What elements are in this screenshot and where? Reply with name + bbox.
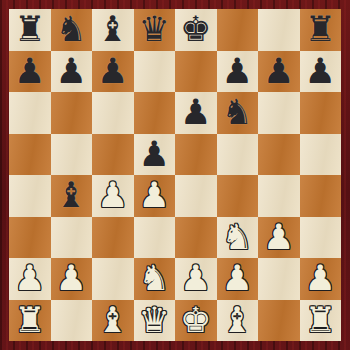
square-e8[interactable]: ♚	[175, 9, 217, 51]
square-a1[interactable]: ♜	[9, 300, 51, 342]
square-g7[interactable]: ♟	[258, 51, 300, 93]
square-c4[interactable]: ♟	[92, 175, 134, 217]
square-b2[interactable]: ♟	[51, 258, 93, 300]
piece-white-pawn-e2[interactable]: ♟	[175, 258, 217, 300]
square-h2[interactable]: ♟	[300, 258, 342, 300]
piece-black-knight-f6[interactable]: ♞	[217, 92, 259, 134]
square-d2[interactable]: ♞	[134, 258, 176, 300]
square-d5[interactable]: ♟	[134, 134, 176, 176]
square-e5[interactable]	[175, 134, 217, 176]
square-c5[interactable]	[92, 134, 134, 176]
piece-black-pawn-h7[interactable]: ♟	[300, 51, 342, 93]
piece-white-rook-a1[interactable]: ♜	[9, 300, 51, 342]
chess-board-frame: ♜♞♝♛♚♜♟♟♟♟♟♟♟♞♟♝♟♟♞♟♟♟♞♟♟♟♜♝♛♚♝♜	[0, 0, 350, 350]
piece-black-pawn-e6[interactable]: ♟	[175, 92, 217, 134]
square-a5[interactable]	[9, 134, 51, 176]
piece-white-king-e1[interactable]: ♚	[175, 300, 217, 342]
piece-black-pawn-g7[interactable]: ♟	[258, 51, 300, 93]
square-f8[interactable]	[217, 9, 259, 51]
square-d6[interactable]	[134, 92, 176, 134]
piece-black-pawn-f7[interactable]: ♟	[217, 51, 259, 93]
square-g4[interactable]	[258, 175, 300, 217]
square-d3[interactable]	[134, 217, 176, 259]
square-f4[interactable]	[217, 175, 259, 217]
square-h6[interactable]	[300, 92, 342, 134]
square-g6[interactable]	[258, 92, 300, 134]
square-d1[interactable]: ♛	[134, 300, 176, 342]
piece-white-knight-f3[interactable]: ♞	[217, 217, 259, 259]
square-f2[interactable]: ♟	[217, 258, 259, 300]
square-f1[interactable]: ♝	[217, 300, 259, 342]
piece-white-bishop-c1[interactable]: ♝	[92, 300, 134, 342]
square-f6[interactable]: ♞	[217, 92, 259, 134]
square-a7[interactable]: ♟	[9, 51, 51, 93]
square-d8[interactable]: ♛	[134, 9, 176, 51]
square-g2[interactable]	[258, 258, 300, 300]
square-h5[interactable]	[300, 134, 342, 176]
square-a2[interactable]: ♟	[9, 258, 51, 300]
piece-black-rook-h8[interactable]: ♜	[300, 9, 342, 51]
piece-black-queen-d8[interactable]: ♛	[134, 9, 176, 51]
square-g5[interactable]	[258, 134, 300, 176]
piece-black-bishop-b4[interactable]: ♝	[51, 175, 93, 217]
piece-black-king-e8[interactable]: ♚	[175, 9, 217, 51]
square-b7[interactable]: ♟	[51, 51, 93, 93]
piece-black-pawn-a7[interactable]: ♟	[9, 51, 51, 93]
square-e7[interactable]	[175, 51, 217, 93]
square-c8[interactable]: ♝	[92, 9, 134, 51]
square-c7[interactable]: ♟	[92, 51, 134, 93]
square-e6[interactable]: ♟	[175, 92, 217, 134]
square-b5[interactable]	[51, 134, 93, 176]
square-f3[interactable]: ♞	[217, 217, 259, 259]
square-e1[interactable]: ♚	[175, 300, 217, 342]
square-e2[interactable]: ♟	[175, 258, 217, 300]
chess-board: ♜♞♝♛♚♜♟♟♟♟♟♟♟♞♟♝♟♟♞♟♟♟♞♟♟♟♜♝♛♚♝♜	[9, 9, 341, 341]
square-b3[interactable]	[51, 217, 93, 259]
square-d4[interactable]: ♟	[134, 175, 176, 217]
piece-white-queen-d1[interactable]: ♛	[134, 300, 176, 342]
square-a6[interactable]	[9, 92, 51, 134]
square-c2[interactable]	[92, 258, 134, 300]
piece-white-knight-d2[interactable]: ♞	[134, 258, 176, 300]
piece-white-pawn-d4[interactable]: ♟	[134, 175, 176, 217]
square-b6[interactable]	[51, 92, 93, 134]
square-d7[interactable]	[134, 51, 176, 93]
square-c3[interactable]	[92, 217, 134, 259]
square-f7[interactable]: ♟	[217, 51, 259, 93]
piece-white-bishop-f1[interactable]: ♝	[217, 300, 259, 342]
square-c6[interactable]	[92, 92, 134, 134]
square-c1[interactable]: ♝	[92, 300, 134, 342]
piece-white-pawn-c4[interactable]: ♟	[92, 175, 134, 217]
piece-black-pawn-b7[interactable]: ♟	[51, 51, 93, 93]
square-h7[interactable]: ♟	[300, 51, 342, 93]
square-h1[interactable]: ♜	[300, 300, 342, 342]
square-b1[interactable]	[51, 300, 93, 342]
piece-white-rook-h1[interactable]: ♜	[300, 300, 342, 342]
square-f5[interactable]	[217, 134, 259, 176]
square-g1[interactable]	[258, 300, 300, 342]
square-e3[interactable]	[175, 217, 217, 259]
piece-white-pawn-f2[interactable]: ♟	[217, 258, 259, 300]
square-b4[interactable]: ♝	[51, 175, 93, 217]
piece-white-pawn-h2[interactable]: ♟	[300, 258, 342, 300]
square-b8[interactable]: ♞	[51, 9, 93, 51]
square-h3[interactable]	[300, 217, 342, 259]
square-a3[interactable]	[9, 217, 51, 259]
piece-white-pawn-a2[interactable]: ♟	[9, 258, 51, 300]
square-e4[interactable]	[175, 175, 217, 217]
piece-black-bishop-c8[interactable]: ♝	[92, 9, 134, 51]
piece-black-pawn-d5[interactable]: ♟	[134, 134, 176, 176]
square-h8[interactable]: ♜	[300, 9, 342, 51]
piece-black-pawn-c7[interactable]: ♟	[92, 51, 134, 93]
square-g3[interactable]: ♟	[258, 217, 300, 259]
square-a8[interactable]: ♜	[9, 9, 51, 51]
piece-black-knight-b8[interactable]: ♞	[51, 9, 93, 51]
piece-white-pawn-b2[interactable]: ♟	[51, 258, 93, 300]
piece-black-rook-a8[interactable]: ♜	[9, 9, 51, 51]
piece-white-pawn-g3[interactable]: ♟	[258, 217, 300, 259]
square-g8[interactable]	[258, 9, 300, 51]
square-a4[interactable]	[9, 175, 51, 217]
square-h4[interactable]	[300, 175, 342, 217]
